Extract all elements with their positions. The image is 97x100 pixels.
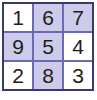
- puzzle-page: 1 6 7 9 5 4 2 8 3: [0, 0, 97, 100]
- cell-r1c2[interactable]: 4: [64, 33, 92, 60]
- number-grid-board: 1 6 7 9 5 4 2 8 3: [2, 2, 94, 91]
- cell-r0c1[interactable]: 6: [34, 4, 62, 31]
- cell-r1c1[interactable]: 5: [34, 33, 62, 60]
- cell-r0c0[interactable]: 1: [4, 4, 32, 31]
- cell-r2c0[interactable]: 2: [4, 62, 32, 89]
- cell-r1c0[interactable]: 9: [4, 33, 32, 60]
- cell-r2c1[interactable]: 8: [34, 62, 62, 89]
- cell-r2c2[interactable]: 3: [64, 62, 92, 89]
- cell-r0c2[interactable]: 7: [64, 4, 92, 31]
